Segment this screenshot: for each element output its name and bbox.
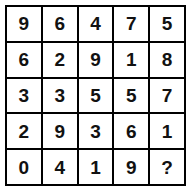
cell-r4c4: 6	[113, 113, 149, 149]
cell-r4c2: 9	[42, 113, 78, 149]
cell-r2c5: 8	[149, 42, 185, 78]
cell-r2c2: 2	[42, 42, 78, 78]
puzzle-board: 964756291833557293610419?	[5, 5, 186, 186]
cell-r3c1: 3	[6, 78, 42, 114]
cell-r5c2: 4	[42, 149, 78, 185]
cell-r2c4: 1	[113, 42, 149, 78]
cell-r3c3: 5	[78, 78, 114, 114]
puzzle-page: 964756291833557293610419?	[0, 0, 191, 191]
cell-r5c1: 0	[6, 149, 42, 185]
cell-r3c2: 3	[42, 78, 78, 114]
cell-r1c3: 4	[78, 6, 114, 42]
cell-r1c5: 5	[149, 6, 185, 42]
cell-r5c5-missing: ?	[149, 149, 185, 185]
cell-r4c3: 3	[78, 113, 114, 149]
cell-r2c3: 9	[78, 42, 114, 78]
cell-r2c1: 6	[6, 42, 42, 78]
cell-r1c4: 7	[113, 6, 149, 42]
cell-r1c1: 9	[6, 6, 42, 42]
cell-r3c4: 5	[113, 78, 149, 114]
cell-r3c5: 7	[149, 78, 185, 114]
cell-r4c5: 1	[149, 113, 185, 149]
cell-r4c1: 2	[6, 113, 42, 149]
cell-r5c3: 1	[78, 149, 114, 185]
cell-r5c4: 9	[113, 149, 149, 185]
cell-r1c2: 6	[42, 6, 78, 42]
